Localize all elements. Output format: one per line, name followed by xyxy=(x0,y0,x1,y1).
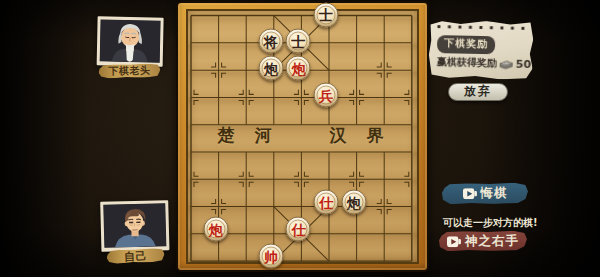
board-surface[interactable]: 楚 河 汉 界 士将士炮炮兵仕炮炮仕帅 xyxy=(186,9,419,264)
opponent-name: 下棋老头 xyxy=(108,64,150,79)
reward-amount: 50 xyxy=(516,57,532,70)
opponent-card: 下棋老头 xyxy=(96,16,163,78)
reward-note: 下棋奖励 赢棋获得奖励 50 xyxy=(428,20,533,80)
opponent-avatar-old-man xyxy=(100,19,161,62)
piece-black-将[interactable]: 将 xyxy=(258,29,283,54)
opponent-photo-frame xyxy=(97,16,164,66)
opponent-name-ribbon: 下棋老头 xyxy=(98,63,160,78)
piece-black-士[interactable]: 士 xyxy=(314,2,339,27)
piece-red-帅[interactable]: 帅 xyxy=(258,244,283,269)
self-name: 自己 xyxy=(124,248,148,264)
xiangqi-board: 楚 河 汉 界 士将士炮炮兵仕炮炮仕帅 xyxy=(176,1,429,272)
self-photo-frame xyxy=(100,200,169,252)
reward-badge: 下棋奖励 xyxy=(437,35,495,54)
river-label-chu-he: 楚 河 xyxy=(218,124,279,147)
give-up-label: 放弃 xyxy=(464,83,492,100)
piece-red-仕[interactable]: 仕 xyxy=(286,217,311,242)
river-label-han-jie: 汉 界 xyxy=(330,124,391,147)
god-hand-hint: 可以走一步对方的棋! xyxy=(443,216,538,230)
piece-black-炮[interactable]: 炮 xyxy=(258,56,283,81)
game-screen: 下棋老头 xyxy=(0,0,600,277)
undo-label: 悔棋 xyxy=(480,185,507,202)
give-up-button[interactable]: 放弃 xyxy=(448,83,508,101)
self-card: 自己 xyxy=(100,200,170,264)
reward-text: 赢棋获得奖励 xyxy=(437,55,497,70)
piece-red-兵[interactable]: 兵 xyxy=(314,83,339,108)
piece-red-炮[interactable]: 炮 xyxy=(203,217,228,242)
perforation-dots xyxy=(436,24,524,31)
undo-button[interactable]: 悔棋 xyxy=(442,183,528,205)
money-stack-icon xyxy=(499,57,514,69)
god-hand-button[interactable]: 神之右手 xyxy=(439,231,527,252)
piece-red-仕[interactable]: 仕 xyxy=(314,190,339,215)
god-hand-label: 神之右手 xyxy=(465,232,519,249)
self-avatar-young-man xyxy=(103,203,166,248)
ad-video-icon xyxy=(462,188,476,199)
piece-black-士[interactable]: 士 xyxy=(286,29,311,54)
ad-video-icon xyxy=(447,236,461,247)
piece-black-炮[interactable]: 炮 xyxy=(341,190,366,215)
piece-red-炮[interactable]: 炮 xyxy=(286,56,311,81)
